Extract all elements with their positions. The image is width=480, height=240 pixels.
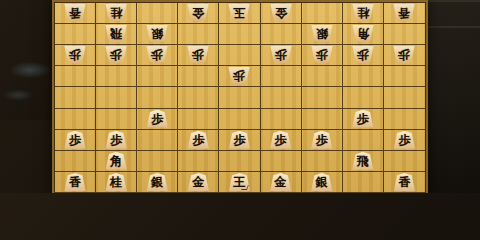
square-1h[interactable] xyxy=(384,151,425,172)
king-sente[interactable]: 王 xyxy=(228,173,250,191)
square-4e[interactable] xyxy=(261,87,302,108)
lance-sente[interactable]: 香 xyxy=(64,173,86,191)
rook-sente[interactable]: 飛 xyxy=(352,152,374,170)
square-3a[interactable] xyxy=(302,3,343,24)
knight-gote[interactable]: 桂 xyxy=(352,4,374,22)
square-8b[interactable]: 飛 xyxy=(96,24,137,45)
gold-sente[interactable]: 金 xyxy=(270,173,292,191)
pawn-sente[interactable]: 歩 xyxy=(270,131,292,149)
pawn-gote[interactable]: 歩 xyxy=(64,46,86,64)
square-9a[interactable]: 香 xyxy=(55,3,96,24)
square-5i[interactable]: 王 xyxy=(219,172,260,193)
pawn-sente[interactable]: 歩 xyxy=(228,131,250,149)
square-5h[interactable] xyxy=(219,151,260,172)
square-5b[interactable] xyxy=(219,24,260,45)
square-2f[interactable]: 歩 xyxy=(343,109,384,130)
square-3h[interactable] xyxy=(302,151,343,172)
square-9c[interactable]: 歩 xyxy=(55,45,96,66)
square-7a[interactable] xyxy=(137,3,178,24)
square-6b[interactable] xyxy=(178,24,219,45)
rook-gote[interactable]: 飛 xyxy=(105,25,127,43)
silver-sente[interactable]: 銀 xyxy=(311,173,333,191)
square-1i[interactable]: 香 xyxy=(384,172,425,193)
square-5g[interactable]: 歩 xyxy=(219,130,260,151)
square-7f[interactable]: 歩 xyxy=(137,109,178,130)
bishop-gote[interactable]: 角 xyxy=(352,25,374,43)
pawn-gote[interactable]: 歩 xyxy=(393,46,415,64)
lance-sente[interactable]: 香 xyxy=(393,173,415,191)
square-5d[interactable]: 歩 xyxy=(219,66,260,87)
pawn-sente[interactable]: 歩 xyxy=(352,110,374,128)
square-6g[interactable]: 歩 xyxy=(178,130,219,151)
square-8d[interactable] xyxy=(96,66,137,87)
square-3i[interactable]: 銀 xyxy=(302,172,343,193)
square-4c[interactable]: 歩 xyxy=(261,45,302,66)
square-1g[interactable]: 歩 xyxy=(384,130,425,151)
knight-sente[interactable]: 桂 xyxy=(105,173,127,191)
square-3e[interactable] xyxy=(302,87,343,108)
knight-gote[interactable]: 桂 xyxy=(105,4,127,22)
square-4h[interactable] xyxy=(261,151,302,172)
square-8e[interactable] xyxy=(96,87,137,108)
square-8f[interactable] xyxy=(96,109,137,130)
square-2h[interactable]: 飛 xyxy=(343,151,384,172)
square-1b[interactable] xyxy=(384,24,425,45)
square-7b[interactable]: 銀 xyxy=(137,24,178,45)
square-2i[interactable] xyxy=(343,172,384,193)
pawn-gote[interactable]: 歩 xyxy=(228,67,250,85)
pawn-gote[interactable]: 歩 xyxy=(270,46,292,64)
square-9b[interactable] xyxy=(55,24,96,45)
square-3d[interactable] xyxy=(302,66,343,87)
square-9g[interactable]: 歩 xyxy=(55,130,96,151)
square-4b[interactable] xyxy=(261,24,302,45)
square-9i[interactable]: 香 xyxy=(55,172,96,193)
square-2a[interactable]: 桂 xyxy=(343,3,384,24)
silver-gote[interactable]: 銀 xyxy=(311,25,333,43)
square-7h[interactable] xyxy=(137,151,178,172)
square-7e[interactable] xyxy=(137,87,178,108)
pawn-sente[interactable]: 歩 xyxy=(393,131,415,149)
pawn-sente[interactable]: 歩 xyxy=(105,131,127,149)
square-3f[interactable] xyxy=(302,109,343,130)
square-5a[interactable]: 玉 xyxy=(219,3,260,24)
square-9f[interactable] xyxy=(55,109,96,130)
silver-gote[interactable]: 銀 xyxy=(146,25,168,43)
square-5e[interactable] xyxy=(219,87,260,108)
pawn-sente[interactable]: 歩 xyxy=(311,131,333,149)
square-6e[interactable] xyxy=(178,87,219,108)
square-3g[interactable]: 歩 xyxy=(302,130,343,151)
pawn-gote[interactable]: 歩 xyxy=(311,46,333,64)
pawn-gote[interactable]: 歩 xyxy=(187,46,209,64)
lance-gote[interactable]: 香 xyxy=(393,4,415,22)
square-6h[interactable] xyxy=(178,151,219,172)
square-4i[interactable]: 金 xyxy=(261,172,302,193)
pawn-sente[interactable]: 歩 xyxy=(146,110,168,128)
lance-gote[interactable]: 香 xyxy=(64,4,86,22)
square-2c[interactable]: 歩 xyxy=(343,45,384,66)
square-9e[interactable] xyxy=(55,87,96,108)
king-gote[interactable]: 玉 xyxy=(228,4,250,22)
square-1a[interactable]: 香 xyxy=(384,3,425,24)
square-8c[interactable]: 歩 xyxy=(96,45,137,66)
square-7i[interactable]: 銀 xyxy=(137,172,178,193)
square-9h[interactable] xyxy=(55,151,96,172)
pawn-gote[interactable]: 歩 xyxy=(105,46,127,64)
square-1e[interactable] xyxy=(384,87,425,108)
square-8i[interactable]: 桂 xyxy=(96,172,137,193)
gold-sente[interactable]: 金 xyxy=(187,173,209,191)
board-grid: 香桂金玉金桂香飛銀銀角歩歩歩歩歩歩歩歩歩歩歩歩歩歩歩歩歩歩角飛香桂銀金王金銀香 xyxy=(54,2,426,193)
square-1c[interactable]: 歩 xyxy=(384,45,425,66)
square-3b[interactable]: 銀 xyxy=(302,24,343,45)
square-6d[interactable] xyxy=(178,66,219,87)
square-9d[interactable] xyxy=(55,66,96,87)
square-7d[interactable] xyxy=(137,66,178,87)
square-4a[interactable]: 金 xyxy=(261,3,302,24)
gold-gote[interactable]: 金 xyxy=(270,4,292,22)
square-8h[interactable]: 角 xyxy=(96,151,137,172)
square-3c[interactable]: 歩 xyxy=(302,45,343,66)
square-4g[interactable]: 歩 xyxy=(261,130,302,151)
silver-sente[interactable]: 銀 xyxy=(146,173,168,191)
square-7c[interactable]: 歩 xyxy=(137,45,178,66)
square-5f[interactable] xyxy=(219,109,260,130)
square-1f[interactable] xyxy=(384,109,425,130)
square-2d[interactable] xyxy=(343,66,384,87)
king-maker-signature xyxy=(242,185,250,190)
square-5c[interactable] xyxy=(219,45,260,66)
square-2e[interactable] xyxy=(343,87,384,108)
shogi-board: 香桂金玉金桂香飛銀銀角歩歩歩歩歩歩歩歩歩歩歩歩歩歩歩歩歩歩角飛香桂銀金王金銀香 xyxy=(52,0,428,193)
square-8a[interactable]: 桂 xyxy=(96,3,137,24)
gold-gote[interactable]: 金 xyxy=(187,4,209,22)
square-4d[interactable] xyxy=(261,66,302,87)
pawn-gote[interactable]: 歩 xyxy=(146,46,168,64)
square-6f[interactable] xyxy=(178,109,219,130)
square-2g[interactable] xyxy=(343,130,384,151)
square-8g[interactable]: 歩 xyxy=(96,130,137,151)
square-6c[interactable]: 歩 xyxy=(178,45,219,66)
square-6a[interactable]: 金 xyxy=(178,3,219,24)
square-4f[interactable] xyxy=(261,109,302,130)
square-2b[interactable]: 角 xyxy=(343,24,384,45)
square-1d[interactable] xyxy=(384,66,425,87)
square-6i[interactable]: 金 xyxy=(178,172,219,193)
bishop-sente[interactable]: 角 xyxy=(105,152,127,170)
pawn-gote[interactable]: 歩 xyxy=(352,46,374,64)
pawn-sente[interactable]: 歩 xyxy=(64,131,86,149)
square-7g[interactable] xyxy=(137,130,178,151)
pawn-sente[interactable]: 歩 xyxy=(187,131,209,149)
